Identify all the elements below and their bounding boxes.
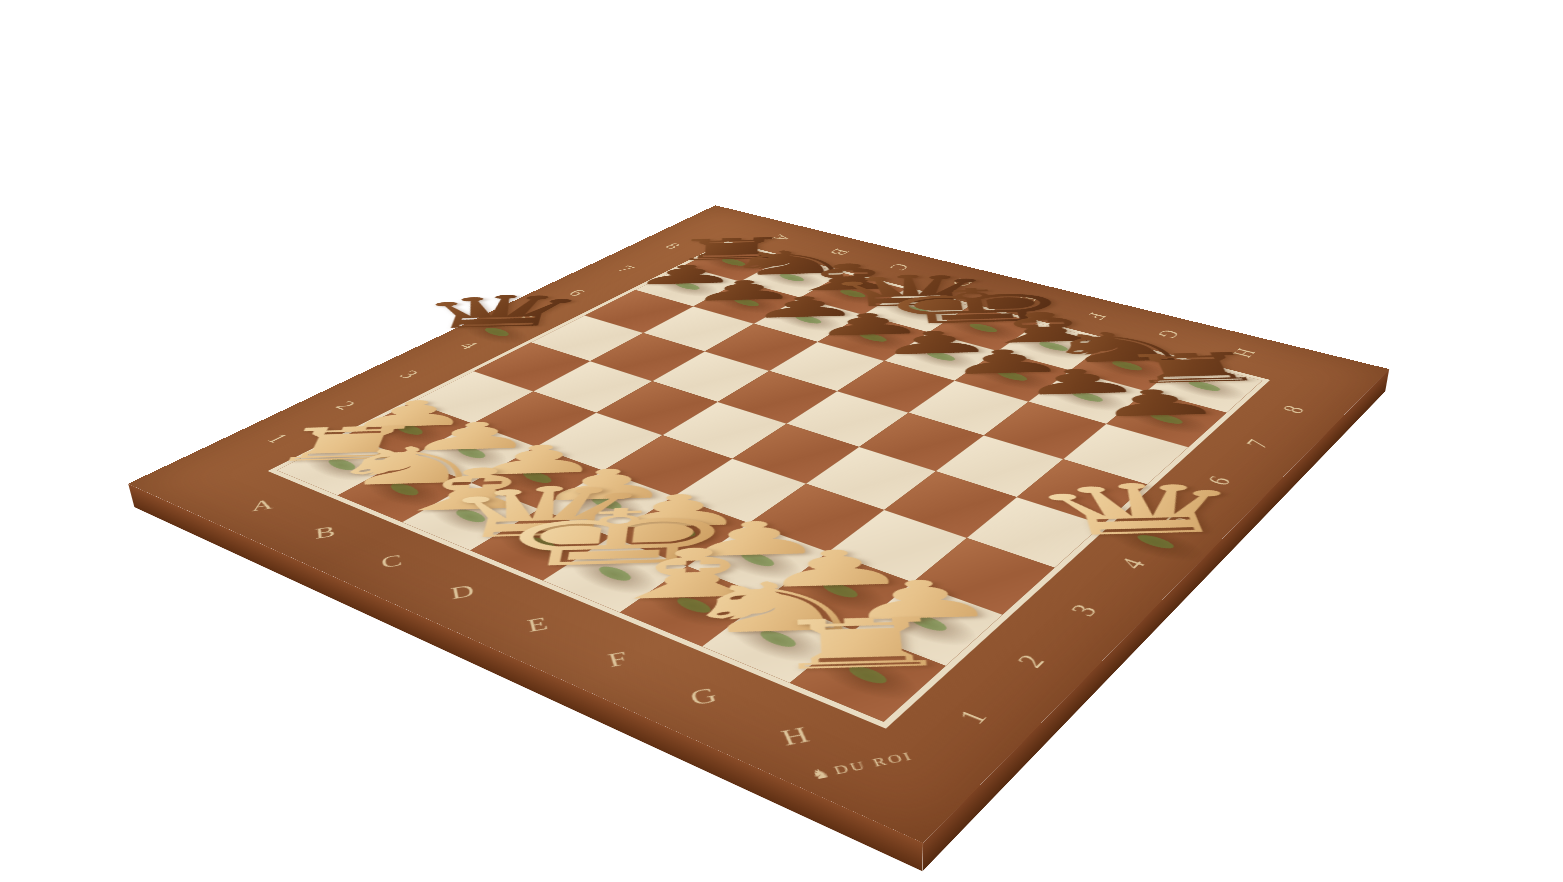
rank-label-right-5: 5	[1158, 512, 1197, 529]
file-label-bottom-b: B	[314, 523, 337, 543]
rank-label-right-1: 1	[951, 705, 996, 729]
rank-label-right-3: 3	[1063, 600, 1105, 620]
file-label-bottom-g: G	[687, 683, 722, 711]
rank-label-right-2: 2	[1010, 650, 1053, 672]
black-pawn-icon: ♟	[1004, 382, 1315, 425]
rank-label-right-4: 4	[1113, 554, 1153, 572]
product-photo-canvas: AA11BB22CC33DD44EE55FF66GG77HH88 ♞ DU RO…	[0, 0, 1563, 882]
brand-logo: ♞ DU ROI	[808, 748, 916, 782]
file-label-bottom-d: D	[449, 581, 477, 604]
pieces-layer: ♜♞♝♛♚♝♞♜♟♟♟♟♟♟♟♟♟♟♟♟♟♟♟♟♜♞♝♛♚♝♞♜♛♛	[715, 205, 1389, 369]
file-label-bottom-a: A	[251, 496, 274, 515]
file-label-bottom-c: C	[380, 551, 405, 572]
brand-text: DU ROI	[832, 750, 916, 777]
knight-on-horse-icon: ♞	[809, 766, 833, 782]
board-3d-scene: AA11BB22CC33DD44EE55FF66GG77HH88 ♞ DU RO…	[0, 0, 1563, 882]
file-label-bottom-h: H	[777, 722, 815, 751]
file-label-bottom-e: E	[525, 613, 552, 637]
rank-label-left-4: 4	[454, 339, 484, 352]
file-label-bottom-f: F	[605, 647, 632, 672]
rank-label-left-3: 3	[394, 368, 425, 382]
chessboard: AA11BB22CC33DD44EE55FF66GG77HH88 ♞ DU RO…	[128, 205, 1389, 843]
black-queen-icon: ♛	[359, 287, 635, 337]
board-top-surface: AA11BB22CC33DD44EE55FF66GG77HH88 ♞ DU RO…	[128, 205, 1389, 843]
rank-label-right-7: 7	[1240, 437, 1276, 451]
